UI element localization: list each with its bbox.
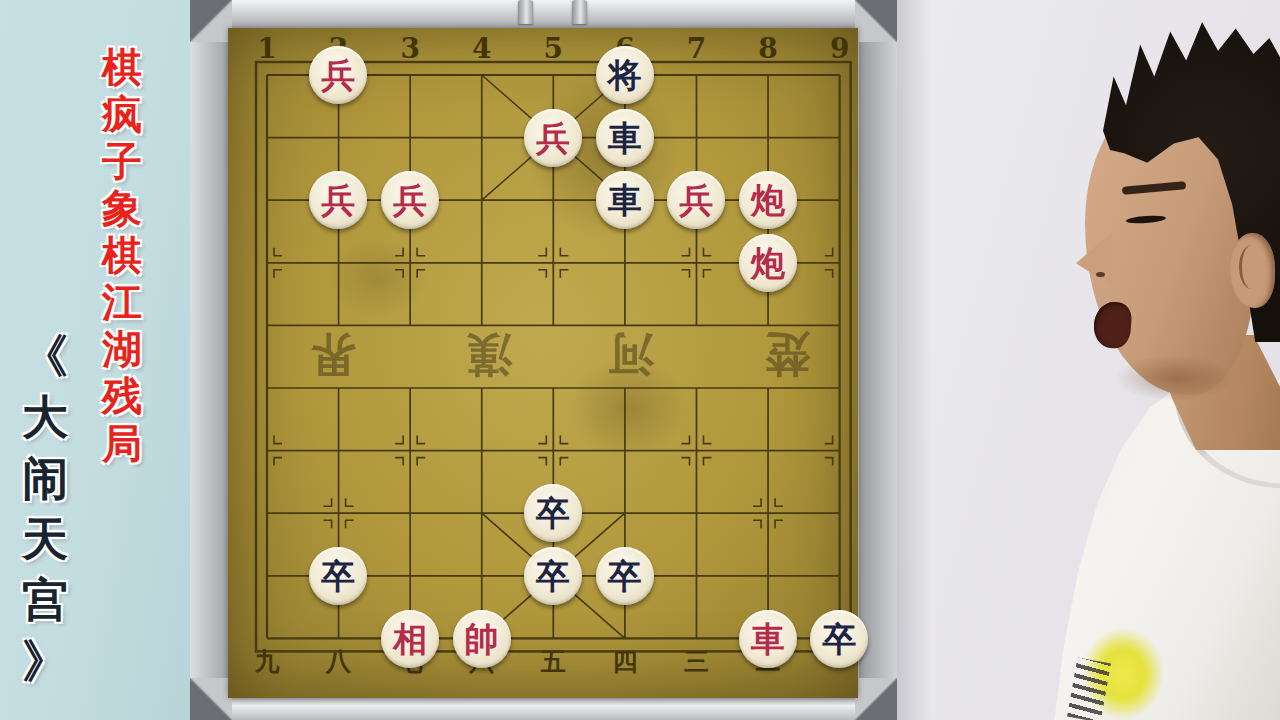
piece-red-車[interactable]: 車 xyxy=(739,610,797,668)
piece-black-卒[interactable]: 卒 xyxy=(596,547,654,605)
piece-red-兵[interactable]: 兵 xyxy=(309,171,367,229)
piece-red-帥[interactable]: 帥 xyxy=(453,610,511,668)
wall-shadow xyxy=(897,0,931,720)
piece-red-相[interactable]: 相 xyxy=(381,610,439,668)
frame-corner-icon xyxy=(190,678,232,720)
piece-red-炮[interactable]: 炮 xyxy=(739,171,797,229)
hanger-clip-icon xyxy=(518,0,533,24)
piece-red-兵[interactable]: 兵 xyxy=(309,46,367,104)
piece-red-兵[interactable]: 兵 xyxy=(524,109,582,167)
frame-corner-icon xyxy=(855,0,897,42)
presenter-nostril xyxy=(1096,272,1105,277)
piece-black-卒[interactable]: 卒 xyxy=(524,547,582,605)
piece-black-卒[interactable]: 卒 xyxy=(309,547,367,605)
video-frame: 棋疯子象棋江湖残局 《大闹天宫》 界漢河楚123456789九八七六五四三二一 … xyxy=(0,0,1280,720)
frame-corner-icon xyxy=(855,678,897,720)
frame-left xyxy=(190,0,228,720)
hanger-clip-icon xyxy=(572,0,587,24)
frame-top xyxy=(190,0,897,28)
piece-red-炮[interactable]: 炮 xyxy=(739,234,797,292)
piece-red-兵[interactable]: 兵 xyxy=(667,171,725,229)
episode-title: 《大闹天宫》 xyxy=(16,326,74,692)
piece-black-将[interactable]: 将 xyxy=(596,46,654,104)
piece-black-卒[interactable]: 卒 xyxy=(524,484,582,542)
frame-corner-icon xyxy=(190,0,232,42)
channel-title: 棋疯子象棋江湖残局 xyxy=(94,44,150,467)
piece-black-車[interactable]: 車 xyxy=(596,109,654,167)
presenter xyxy=(1020,0,1280,720)
piece-black-車[interactable]: 車 xyxy=(596,171,654,229)
presenter-jaw-shadow xyxy=(1115,355,1235,401)
board-surface: 界漢河楚123456789九八七六五四三二一 兵将兵車兵兵車兵炮炮卒卒卒卒相帥車… xyxy=(228,28,858,698)
piece-black-卒[interactable]: 卒 xyxy=(810,610,868,668)
pieces-layer: 兵将兵車兵兵車兵炮炮卒卒卒卒相帥車卒 xyxy=(231,44,875,670)
piece-red-兵[interactable]: 兵 xyxy=(381,171,439,229)
side-panel: 棋疯子象棋江湖残局 《大闹天宫》 xyxy=(0,0,190,720)
board-frame: 界漢河楚123456789九八七六五四三二一 兵将兵車兵兵車兵炮炮卒卒卒卒相帥車… xyxy=(190,0,897,720)
presenter-ear xyxy=(1230,233,1275,308)
